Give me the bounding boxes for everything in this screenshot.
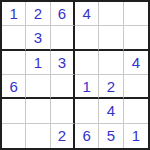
sudoku-cell-r3c1[interactable] bbox=[2, 51, 26, 75]
sudoku-cell-r5c4[interactable] bbox=[75, 99, 99, 123]
sudoku-cell-r6c2[interactable] bbox=[26, 124, 50, 148]
sudoku-cell-r4c4[interactable]: 1 bbox=[75, 75, 99, 99]
sudoku-cell-r1c5[interactable] bbox=[99, 2, 123, 26]
sudoku-cell-r5c5[interactable]: 4 bbox=[99, 99, 123, 123]
sudoku-cell-r6c1[interactable] bbox=[2, 124, 26, 148]
sudoku-cell-r6c4[interactable]: 6 bbox=[75, 124, 99, 148]
sudoku-cell-r2c4[interactable] bbox=[75, 26, 99, 50]
sudoku-cell-r1c4[interactable]: 4 bbox=[75, 2, 99, 26]
sudoku-cell-r2c3[interactable] bbox=[51, 26, 75, 50]
sudoku-cell-r4c2[interactable] bbox=[26, 75, 50, 99]
sudoku-cell-r3c3[interactable]: 3 bbox=[51, 51, 75, 75]
sudoku-cell-r4c6[interactable] bbox=[124, 75, 148, 99]
sudoku-cell-r5c1[interactable] bbox=[2, 99, 26, 123]
sudoku-cell-r1c2[interactable]: 2 bbox=[26, 2, 50, 26]
sudoku-cell-r5c6[interactable] bbox=[124, 99, 148, 123]
sudoku-cell-r3c2[interactable]: 1 bbox=[26, 51, 50, 75]
sudoku-cell-r2c5[interactable] bbox=[99, 26, 123, 50]
sudoku-cell-r4c5[interactable]: 2 bbox=[99, 75, 123, 99]
sudoku-cell-r4c3[interactable] bbox=[51, 75, 75, 99]
sudoku-cell-r3c4[interactable] bbox=[75, 51, 99, 75]
sudoku-cell-r2c6[interactable] bbox=[124, 26, 148, 50]
sudoku-cell-r6c5[interactable]: 5 bbox=[99, 124, 123, 148]
sudoku-cell-r2c1[interactable] bbox=[2, 26, 26, 50]
sudoku-cell-r1c3[interactable]: 6 bbox=[51, 2, 75, 26]
sudoku-cell-r5c3[interactable] bbox=[51, 99, 75, 123]
sudoku-cell-r1c6[interactable] bbox=[124, 2, 148, 26]
sudoku-board: 1264313461242651 bbox=[0, 0, 150, 150]
sudoku-cell-r1c1[interactable]: 1 bbox=[2, 2, 26, 26]
sudoku-cell-r5c2[interactable] bbox=[26, 99, 50, 123]
sudoku-cell-r6c3[interactable]: 2 bbox=[51, 124, 75, 148]
sudoku-cell-r3c6[interactable]: 4 bbox=[124, 51, 148, 75]
sudoku-cell-r2c2[interactable]: 3 bbox=[26, 26, 50, 50]
sudoku-cell-r3c5[interactable] bbox=[99, 51, 123, 75]
sudoku-cell-r6c6[interactable]: 1 bbox=[124, 124, 148, 148]
sudoku-cell-r4c1[interactable]: 6 bbox=[2, 75, 26, 99]
